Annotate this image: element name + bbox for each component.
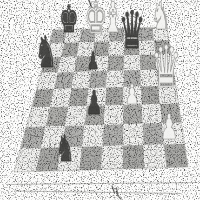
piece-white-pawn-h2[interactable]: ♟: [160, 110, 178, 145]
piece-black-knight-c1[interactable]: ♞: [55, 130, 74, 167]
piece-white-pawn-f4[interactable]: ♟: [124, 81, 139, 109]
chessboard-photo: ♚♚♝♞♛♞♟♛♟♟♟♞: [0, 0, 200, 200]
piece-black-knight-a6[interactable]: ♞: [35, 30, 58, 74]
piece-black-king-b8[interactable]: ♚: [59, 0, 79, 38]
piece-black-queen-f7[interactable]: ♛: [118, 4, 145, 56]
piece-white-queen-h4[interactable]: ♛: [151, 38, 181, 96]
piece-black-pawn-d3[interactable]: ♟: [86, 86, 103, 119]
piece-black-pawn-d6[interactable]: ♟: [87, 49, 99, 73]
piece-white-knight-h8[interactable]: ♞: [151, 0, 171, 35]
